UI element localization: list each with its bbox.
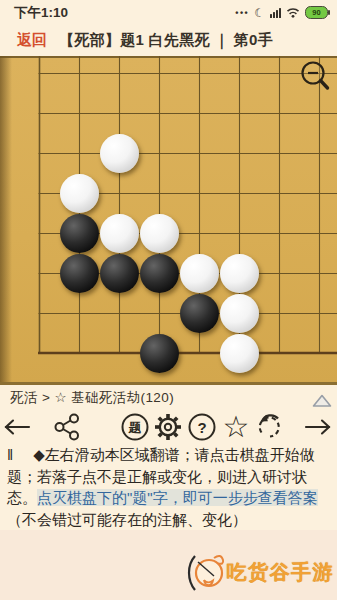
toolbar: 返回 【死部】题1 白先黑死 ｜ 第0手	[0, 25, 337, 56]
stone-white[interactable]	[220, 294, 259, 333]
board-bottom-edge	[0, 382, 337, 385]
clock: 下午1:10	[14, 4, 68, 22]
note-link-blue[interactable]: 点灭棋盘下的"题"字，即可一步步查看答案	[37, 489, 318, 506]
problem-title: 【死部】题1 白先黑死 ｜ 第0手	[59, 31, 273, 50]
scroll-indicator: ‖	[7, 446, 13, 463]
stone-black[interactable]	[140, 254, 179, 293]
stone-black[interactable]	[60, 254, 99, 293]
stone-white[interactable]	[220, 334, 259, 373]
app-screen: 下午1:10 ••• ☾ 90 返回 【死部】题1 白先黑死 ｜ 第0手	[0, 0, 337, 600]
stone-white[interactable]	[180, 254, 219, 293]
board-top-edge	[0, 56, 337, 58]
next-move-icon[interactable]	[304, 419, 332, 435]
status-bar: 下午1:10 ••• ☾ 90	[0, 0, 337, 25]
ad-face-icon	[183, 549, 225, 595]
ad-banner[interactable]: 吃货谷手游	[0, 530, 337, 600]
signal-icon	[270, 8, 281, 18]
bullet-diamond: ◆	[33, 446, 45, 463]
notification-dots-icon: •••	[235, 8, 249, 18]
stone-black[interactable]	[180, 294, 219, 333]
battery-percent: 90	[312, 9, 320, 17]
note-dark-2: （不会错过可能存在的注解、变化）	[7, 511, 247, 528]
ad-logo[interactable]: 吃货谷手游	[183, 549, 335, 595]
stone-white[interactable]	[220, 254, 259, 293]
help-question-icon[interactable]: ?	[189, 414, 216, 441]
settings-gear-icon[interactable]	[152, 411, 184, 443]
favorite-star-icon[interactable]: ☆	[223, 412, 250, 442]
share-icon[interactable]	[54, 413, 80, 441]
stone-white[interactable]	[60, 174, 99, 213]
stone-white[interactable]	[140, 214, 179, 253]
wifi-icon	[286, 7, 300, 18]
collapse-panel-icon[interactable]	[310, 390, 334, 409]
breadcrumb[interactable]: 死活 > ☆ 基础死活劫(120)	[10, 389, 174, 407]
back-button[interactable]: 返回	[17, 31, 47, 50]
stone-black[interactable]	[60, 214, 99, 253]
do-not-disturb-moon-icon: ☾	[254, 6, 265, 20]
zoom-out-icon[interactable]	[296, 57, 332, 93]
stone-white[interactable]	[100, 214, 139, 253]
reset-undo-icon[interactable]	[255, 412, 285, 442]
stone-black[interactable]	[140, 334, 179, 373]
battery-icon: 90	[305, 6, 328, 19]
ad-title: 吃货谷手游	[227, 559, 335, 586]
status-icons: ••• ☾ 90	[235, 6, 328, 20]
stone-white[interactable]	[100, 134, 139, 173]
stone-black[interactable]	[100, 254, 139, 293]
control-bar: 题 ? ☆	[0, 410, 337, 444]
go-board[interactable]	[0, 56, 337, 385]
note-text[interactable]: ‖◆左右滑动本区域翻谱；请点击棋盘开始做题；若落子点不是正解或变化，则进入研讨状…	[0, 444, 337, 530]
answer-ti-button[interactable]: 题	[122, 414, 149, 441]
prev-move-icon[interactable]	[3, 419, 31, 435]
